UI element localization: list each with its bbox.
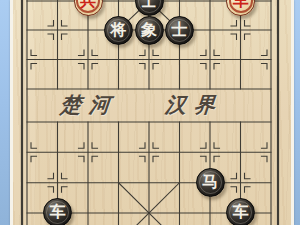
black-general-glyph: 将 — [111, 19, 127, 40]
black-elephant-glyph: 象 — [141, 19, 157, 40]
piece-layer: 兵士车将象士马车车 — [12, 0, 287, 225]
piece-black-horse-g7[interactable]: 马 — [196, 168, 225, 197]
black-chariot-glyph: 车 — [50, 202, 66, 223]
piece-black-elephant-e2[interactable]: 象 — [135, 16, 164, 45]
black-advisor-glyph: 士 — [141, 0, 157, 11]
piece-black-chariot-h8[interactable]: 车 — [226, 198, 255, 225]
black-horse-glyph: 马 — [202, 172, 218, 193]
board-edge-highlight-right — [291, 0, 294, 225]
xiangqi-app-screen: 楚河 汉界 兵士车将象士马车车 — [0, 0, 300, 225]
piece-red-chariot-h1[interactable]: 车 — [226, 0, 255, 16]
black-advisor-glyph: 士 — [172, 19, 188, 40]
red-chariot-glyph: 车 — [233, 0, 249, 11]
piece-black-chariot-b8[interactable]: 车 — [43, 198, 72, 225]
black-chariot-glyph: 车 — [233, 202, 249, 223]
piece-black-general-d2[interactable]: 将 — [104, 16, 133, 45]
piece-black-advisor-f2[interactable]: 士 — [165, 16, 194, 45]
piece-black-advisor-e1[interactable]: 士 — [135, 0, 164, 16]
piece-red-soldier-c1[interactable]: 兵 — [74, 0, 103, 16]
red-soldier-glyph: 兵 — [80, 0, 96, 11]
